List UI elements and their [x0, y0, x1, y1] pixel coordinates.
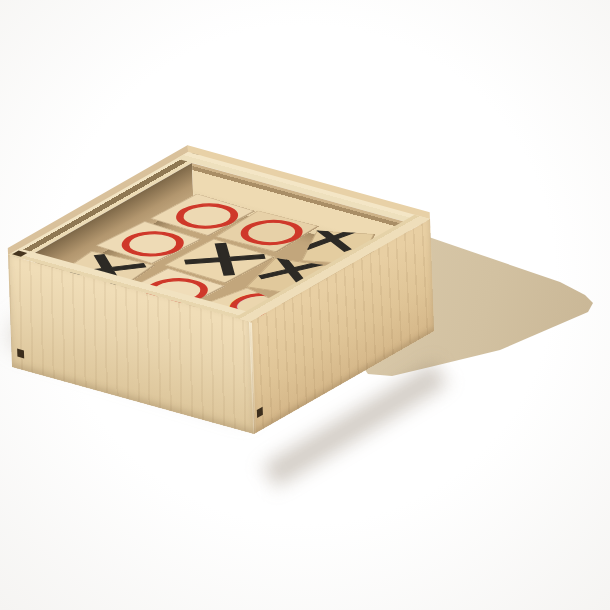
lid-groove-hole-front [257, 407, 263, 418]
lid-groove-hole-left [17, 349, 24, 359]
product-photo-stage: ○○×○×××○○ [0, 0, 610, 610]
